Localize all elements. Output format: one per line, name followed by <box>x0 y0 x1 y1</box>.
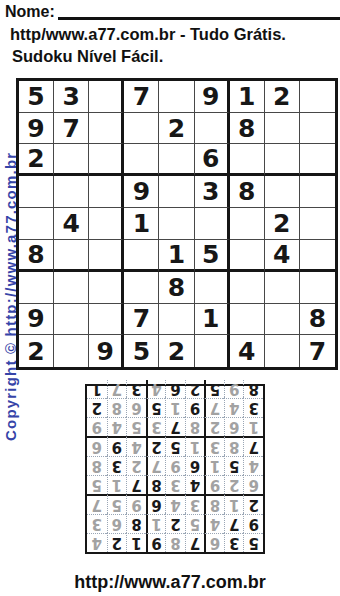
solution-cell-r2c4: 5 <box>185 514 205 533</box>
solution-cell-r6c6: 2 <box>146 436 166 456</box>
name-row: Nome: <box>0 0 340 21</box>
puzzle-cell-r2c6[interactable] <box>195 113 230 145</box>
solution-cell-r1c4: 7 <box>185 533 205 552</box>
solution-cell-r5c6: 7 <box>146 456 166 475</box>
puzzle-cell-r5c7[interactable] <box>230 208 265 240</box>
solution-cell-r3c7: 9 <box>126 494 146 514</box>
solution-cell-r6c2: 8 <box>224 436 244 456</box>
puzzle-cell-r1c7: 1 <box>230 81 265 113</box>
solution-cell-r8c1: 3 <box>243 398 263 417</box>
puzzle-cell-r2c5: 2 <box>159 113 194 145</box>
solution-cell-r3c1: 2 <box>243 494 263 514</box>
solution-cell-r2c8: 6 <box>107 514 127 533</box>
solution-cell-r1c7: 1 <box>126 533 146 552</box>
solution-cell-r5c4: 6 <box>185 456 205 475</box>
solution-cell-r5c9: 8 <box>87 456 107 475</box>
puzzle-cell-r9c5: 2 <box>159 335 194 367</box>
solution-cell-r8c5: 1 <box>165 398 185 417</box>
solution-cell-r6c8: 9 <box>107 436 127 456</box>
solution-cell-r4c1: 6 <box>243 475 263 494</box>
puzzle-cell-r8c3[interactable] <box>89 304 124 336</box>
solution-cell-r2c6: 1 <box>146 514 166 533</box>
puzzle-cell-r1c4: 7 <box>124 81 159 113</box>
solution-cell-r1c8: 2 <box>107 533 127 552</box>
puzzle-cell-r6c9[interactable] <box>300 240 335 272</box>
solution-cell-r8c2: 4 <box>224 398 244 417</box>
puzzle-cell-r9c8[interactable] <box>265 335 300 367</box>
puzzle-cell-r4c8[interactable] <box>265 176 300 208</box>
puzzle-cell-r3c5[interactable] <box>159 144 194 176</box>
puzzle-cell-r8c5[interactable] <box>159 304 194 336</box>
puzzle-cell-r3c7[interactable] <box>230 144 265 176</box>
solution-cell-r4c9: 5 <box>87 475 107 494</box>
solution-cell-r4c7: 7 <box>126 475 146 494</box>
solution-cell-r2c9: 3 <box>87 514 107 533</box>
solution-cell-r2c1: 9 <box>243 514 263 533</box>
name-blank-line <box>58 3 340 20</box>
solution-cell-r4c6: 8 <box>146 475 166 494</box>
solution-cell-r6c1: 7 <box>243 436 263 456</box>
solution-cell-r6c5: 5 <box>165 436 185 456</box>
puzzle-cell-r4c2[interactable] <box>54 176 89 208</box>
solution-cell-r1c5: 8 <box>165 533 185 552</box>
site-title: http/www.a77.com.br - Tudo Grátis. <box>10 25 340 44</box>
solution-cell-r6c7: 4 <box>126 436 146 456</box>
puzzle-cell-r4c4: 9 <box>124 176 159 208</box>
puzzle-cell-r1c1: 5 <box>19 81 54 113</box>
solution-cell-r3c8: 5 <box>107 494 127 514</box>
puzzle-cell-r1c5[interactable] <box>159 81 194 113</box>
solution-cell-r4c5: 3 <box>165 475 185 494</box>
solution-cell-r3c3: 8 <box>204 494 224 514</box>
puzzle-cell-r7c9[interactable] <box>300 272 335 304</box>
puzzle-cell-r8c9: 8 <box>300 304 335 336</box>
solution-cell-r6c4: 1 <box>185 436 205 456</box>
solution-cell-r6c9: 6 <box>87 436 107 456</box>
solution-cell-r1c9: 4 <box>87 533 107 552</box>
puzzle-cell-r7c7[interactable] <box>230 272 265 304</box>
puzzle-cell-r3c4[interactable] <box>124 144 159 176</box>
puzzle-cell-r6c5: 1 <box>159 240 194 272</box>
solution-cell-r1c1: 5 <box>243 533 263 552</box>
solution-cell-r1c6: 9 <box>146 533 166 552</box>
puzzle-cell-r5c4: 1 <box>124 208 159 240</box>
puzzle-cell-r9c6[interactable] <box>195 335 230 367</box>
solution-cell-r2c2: 7 <box>224 514 244 533</box>
puzzle-cell-r3c6: 6 <box>195 144 230 176</box>
solution-cell-r9c8: 7 <box>107 380 127 398</box>
solution-cell-r9c7: 3 <box>126 380 146 398</box>
solution-cell-r8c7: 6 <box>126 398 146 417</box>
solution-cell-r2c7: 8 <box>126 514 146 533</box>
solution-cell-r7c7: 5 <box>126 417 146 436</box>
solution-cell-r7c8: 4 <box>107 417 127 436</box>
puzzle-cell-r5c3[interactable] <box>89 208 124 240</box>
puzzle-cell-r7c1[interactable] <box>19 272 54 304</box>
puzzle-cell-r4c5[interactable] <box>159 176 194 208</box>
solution-cell-r1c3: 6 <box>204 533 224 552</box>
solution-cell-r5c5: 9 <box>165 456 185 475</box>
solution-cell-r4c8: 1 <box>107 475 127 494</box>
footer-url: http://www.a77.com.br <box>0 572 340 593</box>
puzzle-cell-r6c3[interactable] <box>89 240 124 272</box>
puzzle-cell-r4c1[interactable] <box>19 176 54 208</box>
puzzle-cell-r3c9[interactable] <box>300 144 335 176</box>
solution-cell-r7c3: 2 <box>204 417 224 436</box>
solution-cell-r5c2: 5 <box>224 456 244 475</box>
puzzle-cell-r8c8[interactable] <box>265 304 300 336</box>
puzzle-cell-r3c3[interactable] <box>89 144 124 176</box>
puzzle-level-title: Sudoku Nível Fácil. <box>12 47 340 66</box>
puzzle-cell-r9c4: 5 <box>124 335 159 367</box>
puzzle-cell-r2c1: 9 <box>19 113 54 145</box>
puzzle-cell-r2c2: 7 <box>54 113 89 145</box>
puzzle-cell-r9c2[interactable] <box>54 335 89 367</box>
puzzle-cell-r2c4[interactable] <box>124 113 159 145</box>
puzzle-cell-r3c2[interactable] <box>54 144 89 176</box>
puzzle-cell-r6c2[interactable] <box>54 240 89 272</box>
solution-cell-r7c9: 9 <box>87 417 107 436</box>
puzzle-cell-r8c6: 1 <box>195 304 230 336</box>
solution-cell-r7c5: 7 <box>165 417 185 436</box>
puzzle-cell-r3c8[interactable] <box>265 144 300 176</box>
puzzle-cell-r6c8: 4 <box>265 240 300 272</box>
solution-cell-r7c6: 3 <box>146 417 166 436</box>
solution-cell-r8c3: 7 <box>204 398 224 417</box>
solution-cell-r3c2: 1 <box>224 494 244 514</box>
solution-cell-r7c2: 6 <box>224 417 244 436</box>
solution-cell-r5c1: 4 <box>243 456 263 475</box>
solution-grid-upside-down: 5367891249745218632183469576294387154516… <box>85 384 265 554</box>
puzzle-cell-r8c7[interactable] <box>230 304 265 336</box>
puzzle-cell-r7c4[interactable] <box>124 272 159 304</box>
puzzle-cell-r1c3[interactable] <box>89 81 124 113</box>
solution-cell-r9c5: 6 <box>165 380 185 398</box>
puzzle-cell-r2c8[interactable] <box>265 113 300 145</box>
page-header: Nome: http/www.a77.com.br - Tudo Grátis.… <box>0 0 340 66</box>
solution-cell-r9c2: 9 <box>224 380 244 398</box>
solution-cell-r9c6: 4 <box>146 380 166 398</box>
puzzle-cell-r4c9[interactable] <box>300 176 335 208</box>
puzzle-cell-r1c6: 9 <box>195 81 230 113</box>
solution-cell-r2c5: 2 <box>165 514 185 533</box>
puzzle-cell-r1c8: 2 <box>265 81 300 113</box>
puzzle-cell-r7c2[interactable] <box>54 272 89 304</box>
puzzle-cell-r6c4[interactable] <box>124 240 159 272</box>
puzzle-cell-r2c3[interactable] <box>89 113 124 145</box>
puzzle-cell-r4c3[interactable] <box>89 176 124 208</box>
solution-cell-r5c8: 3 <box>107 456 127 475</box>
solution-cell-r9c9: 1 <box>87 380 107 398</box>
solution-cell-r3c4: 3 <box>185 494 205 514</box>
puzzle-cell-r5c9[interactable] <box>300 208 335 240</box>
puzzle-cell-r7c8[interactable] <box>265 272 300 304</box>
puzzle-cell-r3c1: 2 <box>19 144 54 176</box>
puzzle-cell-r6c7[interactable] <box>230 240 265 272</box>
solution-cell-r7c1: 1 <box>243 417 263 436</box>
solution-cell-r4c2: 2 <box>224 475 244 494</box>
puzzle-cell-r2c7: 8 <box>230 113 265 145</box>
puzzle-cell-r9c3: 9 <box>89 335 124 367</box>
solution-cell-r9c4: 2 <box>185 380 205 398</box>
puzzle-cell-r9c1: 2 <box>19 335 54 367</box>
puzzle-cell-r7c5: 8 <box>159 272 194 304</box>
solution-cell-r3c9: 7 <box>87 494 107 514</box>
puzzle-cell-r7c6[interactable] <box>195 272 230 304</box>
puzzle-cell-r6c6: 5 <box>195 240 230 272</box>
solution-cell-r8c9: 2 <box>87 398 107 417</box>
solution-cell-r9c3: 5 <box>204 380 224 398</box>
puzzle-cell-r5c2: 4 <box>54 208 89 240</box>
solution-cell-r5c7: 2 <box>126 456 146 475</box>
puzzle-cell-r8c4: 7 <box>124 304 159 336</box>
puzzle-grid: 537912972826938412815489718295247 <box>16 78 338 370</box>
solution-cell-r5c3: 1 <box>204 456 224 475</box>
solution-cell-r3c5: 4 <box>165 494 185 514</box>
solution-cell-r2c3: 4 <box>204 514 224 533</box>
solution-cell-r4c3: 9 <box>204 475 224 494</box>
solution-cell-r3c6: 6 <box>146 494 166 514</box>
solution-cell-r7c4: 8 <box>185 417 205 436</box>
solution-cell-r8c8: 8 <box>107 398 127 417</box>
solution-cell-r4c4: 4 <box>185 475 205 494</box>
puzzle-cell-r9c9: 7 <box>300 335 335 367</box>
solution-cell-r6c3: 3 <box>204 436 224 456</box>
puzzle-cell-r6c1: 8 <box>19 240 54 272</box>
solution-cell-r8c4: 9 <box>185 398 205 417</box>
puzzle-cell-r1c9[interactable] <box>300 81 335 113</box>
puzzle-cell-r5c6[interactable] <box>195 208 230 240</box>
name-label: Nome: <box>5 3 55 21</box>
puzzle-cell-r5c1[interactable] <box>19 208 54 240</box>
puzzle-cell-r4c7: 8 <box>230 176 265 208</box>
solution-cell-r8c6: 5 <box>146 398 166 417</box>
puzzle-cell-r9c7: 4 <box>230 335 265 367</box>
solution-cell-r1c2: 3 <box>224 533 244 552</box>
puzzle-cell-r8c2[interactable] <box>54 304 89 336</box>
puzzle-cell-r5c8: 2 <box>265 208 300 240</box>
puzzle-cell-r1c2: 3 <box>54 81 89 113</box>
puzzle-cell-r8c1: 9 <box>19 304 54 336</box>
puzzle-cell-r2c9[interactable] <box>300 113 335 145</box>
solution-cell-r9c1: 8 <box>243 380 263 398</box>
puzzle-cell-r4c6: 3 <box>195 176 230 208</box>
puzzle-cell-r7c3[interactable] <box>89 272 124 304</box>
puzzle-cell-r5c5[interactable] <box>159 208 194 240</box>
